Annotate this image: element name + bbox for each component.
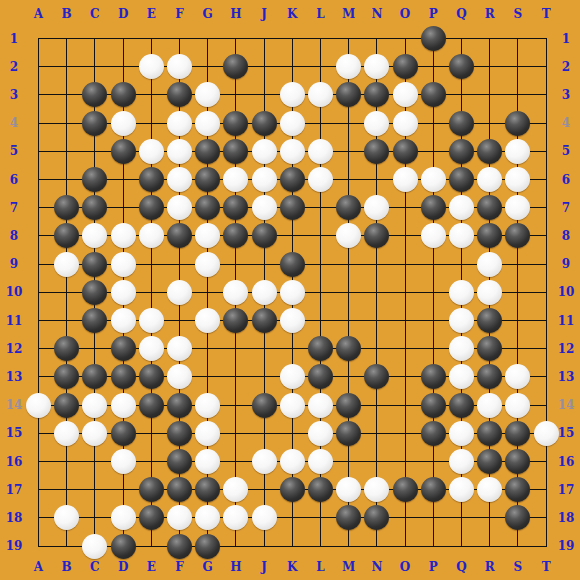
stone-white-H17[interactable] xyxy=(223,477,248,502)
stone-black-H11[interactable] xyxy=(223,308,248,333)
stone-white-F12[interactable] xyxy=(167,336,192,361)
stone-black-S8[interactable] xyxy=(505,223,530,248)
stone-white-S14[interactable] xyxy=(505,393,530,418)
column-label-top-L: L xyxy=(316,8,324,20)
stone-black-F16[interactable] xyxy=(167,449,192,474)
column-label-top-S: S xyxy=(514,8,523,20)
row-label-right-19: 19 xyxy=(558,540,575,552)
stone-white-D8[interactable] xyxy=(111,223,136,248)
stone-white-S6[interactable] xyxy=(505,167,530,192)
stone-black-P1[interactable] xyxy=(421,26,446,51)
stone-black-F14[interactable] xyxy=(167,393,192,418)
stone-black-K6[interactable] xyxy=(280,167,305,192)
stone-white-K4[interactable] xyxy=(280,111,305,136)
stone-white-Q12[interactable] xyxy=(449,336,474,361)
stone-white-C15[interactable] xyxy=(82,421,107,446)
stone-white-E8[interactable] xyxy=(139,223,164,248)
stone-black-R13[interactable] xyxy=(477,364,502,389)
stone-black-Q2[interactable] xyxy=(449,54,474,79)
stone-white-C8[interactable] xyxy=(82,223,107,248)
go-board[interactable]: AABBCCDDEEFFGGHHJJKKLLMMNNOOPPQQRRSSTT11… xyxy=(0,0,580,580)
stone-white-K14[interactable] xyxy=(280,393,305,418)
stone-black-J8[interactable] xyxy=(252,223,277,248)
grid-line-vertical xyxy=(348,38,349,547)
stone-white-G9[interactable] xyxy=(195,252,220,277)
stone-white-H18[interactable] xyxy=(223,505,248,530)
stone-black-R16[interactable] xyxy=(477,449,502,474)
stone-black-B8[interactable] xyxy=(54,223,79,248)
stone-white-D10[interactable] xyxy=(111,280,136,305)
column-label-bottom-G: G xyxy=(203,561,213,573)
stone-black-F3[interactable] xyxy=(167,82,192,107)
stone-white-C19[interactable] xyxy=(82,534,107,559)
row-label-left-5: 5 xyxy=(10,145,18,157)
stone-black-C9[interactable] xyxy=(82,252,107,277)
stone-white-G3[interactable] xyxy=(195,82,220,107)
stone-black-C6[interactable] xyxy=(82,167,107,192)
stone-white-L5[interactable] xyxy=(308,139,333,164)
stone-white-F5[interactable] xyxy=(167,139,192,164)
stone-black-S16[interactable] xyxy=(505,449,530,474)
stone-black-R11[interactable] xyxy=(477,308,502,333)
stone-white-G18[interactable] xyxy=(195,505,220,530)
stone-black-S17[interactable] xyxy=(505,477,530,502)
stone-white-S7[interactable] xyxy=(505,195,530,220)
column-label-bottom-Q: Q xyxy=(456,561,466,573)
stone-black-C4[interactable] xyxy=(82,111,107,136)
stone-white-L16[interactable] xyxy=(308,449,333,474)
column-label-bottom-B: B xyxy=(62,561,72,573)
stone-black-Q6[interactable] xyxy=(449,167,474,192)
stone-white-G8[interactable] xyxy=(195,223,220,248)
stone-white-P6[interactable] xyxy=(421,167,446,192)
stone-black-P17[interactable] xyxy=(421,477,446,502)
stone-black-N18[interactable] xyxy=(364,505,389,530)
stone-white-L6[interactable] xyxy=(308,167,333,192)
stone-white-R6[interactable] xyxy=(477,167,502,192)
stone-black-E17[interactable] xyxy=(139,477,164,502)
stone-black-J14[interactable] xyxy=(252,393,277,418)
stone-white-F4[interactable] xyxy=(167,111,192,136)
row-label-left-16: 16 xyxy=(6,456,23,468)
column-label-bottom-J: J xyxy=(261,561,267,573)
row-label-left-11: 11 xyxy=(6,315,23,327)
stone-black-P3[interactable] xyxy=(421,82,446,107)
stone-white-N4[interactable] xyxy=(364,111,389,136)
stone-black-H7[interactable] xyxy=(223,195,248,220)
row-label-left-8: 8 xyxy=(10,230,18,242)
column-label-top-B: B xyxy=(62,8,72,20)
stone-white-G11[interactable] xyxy=(195,308,220,333)
stone-black-L13[interactable] xyxy=(308,364,333,389)
stone-white-T15[interactable] xyxy=(534,421,559,446)
stone-white-Q11[interactable] xyxy=(449,308,474,333)
column-label-top-T: T xyxy=(542,8,551,20)
stone-white-K5[interactable] xyxy=(280,139,305,164)
stone-black-E7[interactable] xyxy=(139,195,164,220)
column-label-bottom-M: M xyxy=(342,561,355,573)
column-label-top-K: K xyxy=(287,8,297,20)
row-label-right-11: 11 xyxy=(558,315,575,327)
stone-black-O2[interactable] xyxy=(393,54,418,79)
row-label-left-18: 18 xyxy=(6,512,23,524)
stone-white-J7[interactable] xyxy=(252,195,277,220)
row-label-left-15: 15 xyxy=(6,427,23,439)
stone-black-O5[interactable] xyxy=(393,139,418,164)
stone-black-O17[interactable] xyxy=(393,477,418,502)
stone-black-B7[interactable] xyxy=(54,195,79,220)
stone-black-P13[interactable] xyxy=(421,364,446,389)
go-app-screen: AABBCCDDEEFFGGHHJJKKLLMMNNOOPPQQRRSSTT11… xyxy=(0,0,580,580)
stone-white-S13[interactable] xyxy=(505,364,530,389)
stone-white-D4[interactable] xyxy=(111,111,136,136)
stone-white-D14[interactable] xyxy=(111,393,136,418)
column-label-bottom-P: P xyxy=(429,561,438,573)
grid-line-vertical xyxy=(433,38,434,547)
column-label-bottom-T: T xyxy=(542,561,551,573)
column-label-bottom-R: R xyxy=(485,561,495,573)
stone-white-R10[interactable] xyxy=(477,280,502,305)
stone-white-K16[interactable] xyxy=(280,449,305,474)
stone-white-K10[interactable] xyxy=(280,280,305,305)
stone-black-D3[interactable] xyxy=(111,82,136,107)
row-label-left-7: 7 xyxy=(10,202,18,214)
row-label-left-10: 10 xyxy=(6,286,23,298)
row-label-left-12: 12 xyxy=(6,343,23,355)
column-label-bottom-H: H xyxy=(230,561,241,573)
stone-white-G4[interactable] xyxy=(195,111,220,136)
stone-white-N17[interactable] xyxy=(364,477,389,502)
stone-black-N5[interactable] xyxy=(364,139,389,164)
stone-black-E6[interactable] xyxy=(139,167,164,192)
column-label-bottom-O: O xyxy=(400,561,410,573)
stone-black-F8[interactable] xyxy=(167,223,192,248)
row-label-left-14: 14 xyxy=(6,399,23,411)
stone-black-R7[interactable] xyxy=(477,195,502,220)
stone-white-L15[interactable] xyxy=(308,421,333,446)
stone-white-F6[interactable] xyxy=(167,167,192,192)
column-label-top-M: M xyxy=(342,8,355,20)
stone-white-J16[interactable] xyxy=(252,449,277,474)
row-label-right-18: 18 xyxy=(558,512,575,524)
stone-black-J11[interactable] xyxy=(252,308,277,333)
stone-white-Q13[interactable] xyxy=(449,364,474,389)
row-label-right-14: 14 xyxy=(558,399,575,411)
stone-black-N3[interactable] xyxy=(364,82,389,107)
stone-white-D9[interactable] xyxy=(111,252,136,277)
stone-black-E14[interactable] xyxy=(139,393,164,418)
stone-white-S5[interactable] xyxy=(505,139,530,164)
stone-white-D11[interactable] xyxy=(111,308,136,333)
stone-white-D16[interactable] xyxy=(111,449,136,474)
stone-white-Q17[interactable] xyxy=(449,477,474,502)
stone-white-Q15[interactable] xyxy=(449,421,474,446)
stone-white-H10[interactable] xyxy=(223,280,248,305)
column-label-top-P: P xyxy=(429,8,438,20)
stone-white-O4[interactable] xyxy=(393,111,418,136)
row-label-right-13: 13 xyxy=(558,371,575,383)
column-label-top-R: R xyxy=(485,8,495,20)
stone-black-M3[interactable] xyxy=(336,82,361,107)
stone-white-E2[interactable] xyxy=(139,54,164,79)
stone-black-N8[interactable] xyxy=(364,223,389,248)
stone-black-E13[interactable] xyxy=(139,364,164,389)
stone-black-S15[interactable] xyxy=(505,421,530,446)
column-label-top-F: F xyxy=(175,8,184,20)
stone-white-K13[interactable] xyxy=(280,364,305,389)
column-label-bottom-C: C xyxy=(90,561,100,573)
stone-white-L14[interactable] xyxy=(308,393,333,418)
stone-black-M7[interactable] xyxy=(336,195,361,220)
stone-white-J10[interactable] xyxy=(252,280,277,305)
stone-black-B12[interactable] xyxy=(54,336,79,361)
stone-black-P7[interactable] xyxy=(421,195,446,220)
row-label-right-2: 2 xyxy=(562,61,570,73)
stone-white-E5[interactable] xyxy=(139,139,164,164)
row-label-right-3: 3 xyxy=(562,89,570,101)
row-label-right-6: 6 xyxy=(562,174,570,186)
stone-black-B14[interactable] xyxy=(54,393,79,418)
stone-black-F19[interactable] xyxy=(167,534,192,559)
stone-black-Q14[interactable] xyxy=(449,393,474,418)
stone-black-P14[interactable] xyxy=(421,393,446,418)
stone-black-Q4[interactable] xyxy=(449,111,474,136)
stone-black-M14[interactable] xyxy=(336,393,361,418)
stone-white-O6[interactable] xyxy=(393,167,418,192)
stone-black-H8[interactable] xyxy=(223,223,248,248)
stone-white-N2[interactable] xyxy=(364,54,389,79)
stone-black-S4[interactable] xyxy=(505,111,530,136)
stone-black-H5[interactable] xyxy=(223,139,248,164)
stone-white-F18[interactable] xyxy=(167,505,192,530)
row-label-right-10: 10 xyxy=(558,286,575,298)
stone-white-F13[interactable] xyxy=(167,364,192,389)
stone-white-Q7[interactable] xyxy=(449,195,474,220)
column-label-top-N: N xyxy=(371,8,382,20)
stone-black-G6[interactable] xyxy=(195,167,220,192)
stone-black-K17[interactable] xyxy=(280,477,305,502)
row-label-right-15: 15 xyxy=(558,427,575,439)
stone-black-D5[interactable] xyxy=(111,139,136,164)
column-label-top-O: O xyxy=(400,8,410,20)
stone-white-O3[interactable] xyxy=(393,82,418,107)
stone-white-E12[interactable] xyxy=(139,336,164,361)
row-label-left-9: 9 xyxy=(10,258,18,270)
row-label-right-7: 7 xyxy=(562,202,570,214)
stone-black-R8[interactable] xyxy=(477,223,502,248)
stone-white-A14[interactable] xyxy=(26,393,51,418)
row-label-right-9: 9 xyxy=(562,258,570,270)
stone-black-G19[interactable] xyxy=(195,534,220,559)
stone-white-B18[interactable] xyxy=(54,505,79,530)
column-label-top-D: D xyxy=(118,8,128,20)
stone-white-M17[interactable] xyxy=(336,477,361,502)
stone-black-R5[interactable] xyxy=(477,139,502,164)
row-label-left-2: 2 xyxy=(10,61,18,73)
stone-white-L3[interactable] xyxy=(308,82,333,107)
stone-white-F7[interactable] xyxy=(167,195,192,220)
stone-white-M8[interactable] xyxy=(336,223,361,248)
stone-black-B13[interactable] xyxy=(54,364,79,389)
stone-black-L17[interactable] xyxy=(308,477,333,502)
stone-white-R14[interactable] xyxy=(477,393,502,418)
stone-black-C7[interactable] xyxy=(82,195,107,220)
stone-white-F10[interactable] xyxy=(167,280,192,305)
stone-black-H4[interactable] xyxy=(223,111,248,136)
stone-black-G7[interactable] xyxy=(195,195,220,220)
stone-white-J18[interactable] xyxy=(252,505,277,530)
stone-white-E11[interactable] xyxy=(139,308,164,333)
stone-white-B15[interactable] xyxy=(54,421,79,446)
column-label-top-J: J xyxy=(261,8,267,20)
stone-white-N7[interactable] xyxy=(364,195,389,220)
stone-white-K3[interactable] xyxy=(280,82,305,107)
stone-white-R17[interactable] xyxy=(477,477,502,502)
stone-black-D13[interactable] xyxy=(111,364,136,389)
row-label-right-12: 12 xyxy=(558,343,575,355)
row-label-left-6: 6 xyxy=(10,174,18,186)
stone-black-S18[interactable] xyxy=(505,505,530,530)
stone-white-R9[interactable] xyxy=(477,252,502,277)
stone-white-Q8[interactable] xyxy=(449,223,474,248)
stone-white-Q10[interactable] xyxy=(449,280,474,305)
column-label-top-Q: Q xyxy=(456,8,466,20)
stone-white-G16[interactable] xyxy=(195,449,220,474)
stone-white-J6[interactable] xyxy=(252,167,277,192)
stone-black-Q5[interactable] xyxy=(449,139,474,164)
stone-black-G17[interactable] xyxy=(195,477,220,502)
stone-black-L12[interactable] xyxy=(308,336,333,361)
row-label-left-19: 19 xyxy=(6,540,23,552)
stone-black-P15[interactable] xyxy=(421,421,446,446)
column-label-bottom-S: S xyxy=(514,561,523,573)
stone-black-R12[interactable] xyxy=(477,336,502,361)
column-label-bottom-N: N xyxy=(371,561,382,573)
stone-white-F2[interactable] xyxy=(167,54,192,79)
column-label-bottom-L: L xyxy=(316,561,324,573)
column-label-top-C: C xyxy=(90,8,100,20)
stone-black-J4[interactable] xyxy=(252,111,277,136)
stone-black-H2[interactable] xyxy=(223,54,248,79)
stone-black-C13[interactable] xyxy=(82,364,107,389)
row-label-left-4: 4 xyxy=(10,117,18,129)
column-label-bottom-A: A xyxy=(34,561,43,573)
stone-black-C11[interactable] xyxy=(82,308,107,333)
stone-white-P8[interactable] xyxy=(421,223,446,248)
stone-black-G5[interactable] xyxy=(195,139,220,164)
stone-white-B9[interactable] xyxy=(54,252,79,277)
column-label-top-G: G xyxy=(203,8,213,20)
row-label-left-17: 17 xyxy=(6,484,23,496)
stone-black-M15[interactable] xyxy=(336,421,361,446)
stone-white-D18[interactable] xyxy=(111,505,136,530)
row-label-left-13: 13 xyxy=(6,371,23,383)
column-label-top-E: E xyxy=(147,8,156,20)
row-label-right-17: 17 xyxy=(558,484,575,496)
column-label-top-H: H xyxy=(230,8,241,20)
row-label-left-3: 3 xyxy=(10,89,18,101)
stone-black-F17[interactable] xyxy=(167,477,192,502)
stone-black-M18[interactable] xyxy=(336,505,361,530)
stone-black-D15[interactable] xyxy=(111,421,136,446)
stone-white-M2[interactable] xyxy=(336,54,361,79)
row-label-right-16: 16 xyxy=(558,456,575,468)
stone-white-K11[interactable] xyxy=(280,308,305,333)
stone-white-G15[interactable] xyxy=(195,421,220,446)
stone-black-C10[interactable] xyxy=(82,280,107,305)
stone-black-F15[interactable] xyxy=(167,421,192,446)
stone-black-E18[interactable] xyxy=(139,505,164,530)
grid-line-vertical xyxy=(546,38,547,547)
column-label-bottom-K: K xyxy=(287,561,297,573)
stone-black-D12[interactable] xyxy=(111,336,136,361)
stone-black-M12[interactable] xyxy=(336,336,361,361)
row-label-left-1: 1 xyxy=(10,33,18,45)
stone-black-N13[interactable] xyxy=(364,364,389,389)
stone-white-G14[interactable] xyxy=(195,393,220,418)
stone-white-C14[interactable] xyxy=(82,393,107,418)
stone-black-D19[interactable] xyxy=(111,534,136,559)
stone-black-R15[interactable] xyxy=(477,421,502,446)
column-label-bottom-F: F xyxy=(175,561,184,573)
row-label-right-4: 4 xyxy=(562,117,570,129)
column-label-bottom-D: D xyxy=(118,561,128,573)
row-label-right-5: 5 xyxy=(562,145,570,157)
stone-white-J5[interactable] xyxy=(252,139,277,164)
column-label-top-A: A xyxy=(34,8,43,20)
row-label-right-8: 8 xyxy=(562,230,570,242)
stone-white-H6[interactable] xyxy=(223,167,248,192)
stone-black-K7[interactable] xyxy=(280,195,305,220)
stone-black-K9[interactable] xyxy=(280,252,305,277)
row-label-right-1: 1 xyxy=(562,33,570,45)
stone-black-C3[interactable] xyxy=(82,82,107,107)
column-label-bottom-E: E xyxy=(147,561,156,573)
stone-white-Q16[interactable] xyxy=(449,449,474,474)
